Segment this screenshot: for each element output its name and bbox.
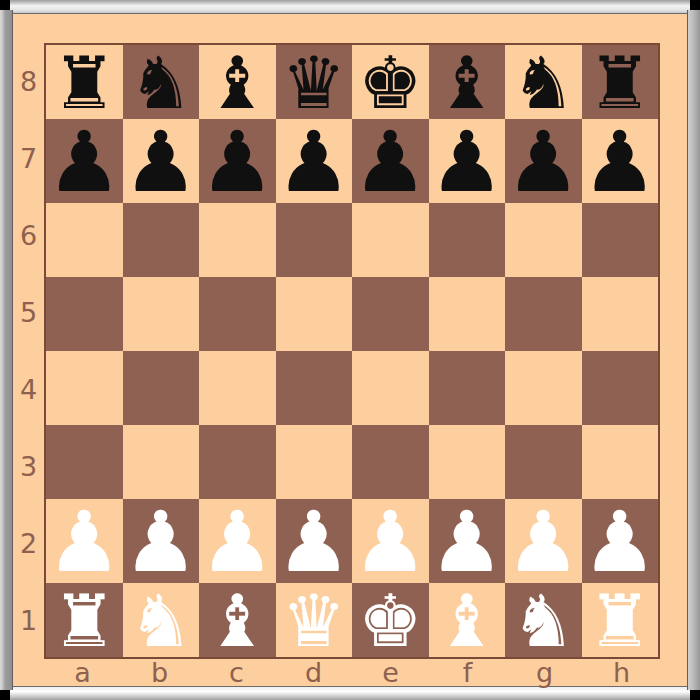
file-label-c: c bbox=[198, 659, 275, 686]
piece-white-pawn[interactable]: ♟ bbox=[123, 500, 198, 584]
piece-white-rook[interactable]: ♜ bbox=[587, 585, 652, 657]
file-label-g: g bbox=[506, 659, 583, 686]
square-d6[interactable] bbox=[276, 203, 353, 277]
square-d4[interactable] bbox=[276, 351, 353, 425]
square-h6[interactable] bbox=[582, 203, 659, 277]
piece-white-rook[interactable]: ♜ bbox=[52, 585, 117, 657]
piece-black-pawn[interactable]: ♟ bbox=[506, 120, 581, 204]
piece-black-pawn[interactable]: ♟ bbox=[200, 120, 275, 204]
square-e1[interactable]: ♚ bbox=[352, 583, 429, 657]
piece-white-king[interactable]: ♚ bbox=[358, 585, 423, 657]
piece-black-queen[interactable]: ♛ bbox=[281, 47, 346, 119]
file-label-h: h bbox=[583, 659, 660, 686]
rank-label-4: 4 bbox=[13, 351, 44, 428]
square-f5[interactable] bbox=[429, 277, 506, 351]
piece-black-pawn[interactable]: ♟ bbox=[353, 120, 428, 204]
square-g5[interactable] bbox=[505, 277, 582, 351]
square-e3[interactable] bbox=[352, 425, 429, 499]
rank-label-8: 8 bbox=[13, 43, 44, 120]
piece-white-knight[interactable]: ♞ bbox=[128, 585, 193, 657]
square-b7[interactable]: ♟ bbox=[123, 119, 200, 203]
square-c8[interactable]: ♝ bbox=[199, 45, 276, 119]
rank-label-2: 2 bbox=[13, 505, 44, 582]
square-e4[interactable] bbox=[352, 351, 429, 425]
square-d2[interactable]: ♟ bbox=[276, 499, 353, 583]
square-e8[interactable]: ♚ bbox=[352, 45, 429, 119]
piece-white-pawn[interactable]: ♟ bbox=[276, 500, 351, 584]
piece-black-pawn[interactable]: ♟ bbox=[47, 120, 122, 204]
rank-label-3: 3 bbox=[13, 428, 44, 505]
rank-label-1: 1 bbox=[13, 582, 44, 659]
square-d5[interactable] bbox=[276, 277, 353, 351]
window-frame-left-edge bbox=[0, 10, 13, 690]
square-d7[interactable]: ♟ bbox=[276, 119, 353, 203]
square-e6[interactable] bbox=[352, 203, 429, 277]
square-g8[interactable]: ♞ bbox=[505, 45, 582, 119]
square-h3[interactable] bbox=[582, 425, 659, 499]
piece-white-pawn[interactable]: ♟ bbox=[353, 500, 428, 584]
piece-white-bishop[interactable]: ♝ bbox=[434, 585, 499, 657]
square-f2[interactable]: ♟ bbox=[429, 499, 506, 583]
piece-white-pawn[interactable]: ♟ bbox=[506, 500, 581, 584]
square-g4[interactable] bbox=[505, 351, 582, 425]
square-a7[interactable]: ♟ bbox=[46, 119, 123, 203]
square-g1[interactable]: ♞ bbox=[505, 583, 582, 657]
chess-board-grid: ♜♞♝♛♚♝♞♜♟♟♟♟♟♟♟♟♟♟♟♟♟♟♟♟♜♞♝♛♚♝♞♜ bbox=[44, 43, 660, 659]
square-e7[interactable]: ♟ bbox=[352, 119, 429, 203]
file-label-d: d bbox=[275, 659, 352, 686]
square-b3[interactable] bbox=[123, 425, 200, 499]
square-a6[interactable] bbox=[46, 203, 123, 277]
piece-black-king[interactable]: ♚ bbox=[358, 47, 423, 119]
square-g7[interactable]: ♟ bbox=[505, 119, 582, 203]
square-d8[interactable]: ♛ bbox=[276, 45, 353, 119]
piece-black-knight[interactable]: ♞ bbox=[128, 47, 193, 119]
window-frame-top-edge bbox=[10, 0, 690, 14]
square-b8[interactable]: ♞ bbox=[123, 45, 200, 119]
square-c1[interactable]: ♝ bbox=[199, 583, 276, 657]
square-a1[interactable]: ♜ bbox=[46, 583, 123, 657]
square-f7[interactable]: ♟ bbox=[429, 119, 506, 203]
square-f6[interactable] bbox=[429, 203, 506, 277]
square-b1[interactable]: ♞ bbox=[123, 583, 200, 657]
piece-white-pawn[interactable]: ♟ bbox=[582, 500, 657, 584]
file-label-a: a bbox=[44, 659, 121, 686]
file-label-b: b bbox=[121, 659, 198, 686]
square-c3[interactable] bbox=[199, 425, 276, 499]
square-c6[interactable] bbox=[199, 203, 276, 277]
piece-black-pawn[interactable]: ♟ bbox=[123, 120, 198, 204]
file-labels: abcdefgh bbox=[44, 659, 660, 686]
window-frame-right-edge bbox=[687, 10, 700, 690]
piece-black-knight[interactable]: ♞ bbox=[511, 47, 576, 119]
file-label-f: f bbox=[429, 659, 506, 686]
piece-white-queen[interactable]: ♛ bbox=[281, 585, 346, 657]
piece-white-pawn[interactable]: ♟ bbox=[47, 500, 122, 584]
chess-app-window: { "game": "chess", "position": { "fen": … bbox=[0, 0, 700, 700]
piece-white-pawn[interactable]: ♟ bbox=[429, 500, 504, 584]
piece-white-bishop[interactable]: ♝ bbox=[205, 585, 270, 657]
square-h7[interactable]: ♟ bbox=[582, 119, 659, 203]
square-e2[interactable]: ♟ bbox=[352, 499, 429, 583]
square-f4[interactable] bbox=[429, 351, 506, 425]
chess-board-panel: 87654321 ♜♞♝♛♚♝♞♜♟♟♟♟♟♟♟♟♟♟♟♟♟♟♟♟♜♞♝♛♚♝♞… bbox=[13, 14, 687, 686]
rank-label-5: 5 bbox=[13, 274, 44, 351]
square-h4[interactable] bbox=[582, 351, 659, 425]
square-a8[interactable]: ♜ bbox=[46, 45, 123, 119]
rank-label-7: 7 bbox=[13, 120, 44, 197]
square-e5[interactable] bbox=[352, 277, 429, 351]
square-h2[interactable]: ♟ bbox=[582, 499, 659, 583]
piece-black-rook[interactable]: ♜ bbox=[587, 47, 652, 119]
piece-black-bishop[interactable]: ♝ bbox=[205, 47, 270, 119]
piece-black-bishop[interactable]: ♝ bbox=[434, 47, 499, 119]
square-b5[interactable] bbox=[123, 277, 200, 351]
square-c7[interactable]: ♟ bbox=[199, 119, 276, 203]
square-g2[interactable]: ♟ bbox=[505, 499, 582, 583]
window-frame-bottom-edge bbox=[10, 686, 690, 700]
square-a5[interactable] bbox=[46, 277, 123, 351]
square-d3[interactable] bbox=[276, 425, 353, 499]
piece-white-pawn[interactable]: ♟ bbox=[200, 500, 275, 584]
square-b2[interactable]: ♟ bbox=[123, 499, 200, 583]
square-h8[interactable]: ♜ bbox=[582, 45, 659, 119]
square-g6[interactable] bbox=[505, 203, 582, 277]
piece-black-pawn[interactable]: ♟ bbox=[429, 120, 504, 204]
piece-black-pawn[interactable]: ♟ bbox=[582, 120, 657, 204]
square-h1[interactable]: ♜ bbox=[582, 583, 659, 657]
square-c4[interactable] bbox=[199, 351, 276, 425]
rank-label-6: 6 bbox=[13, 197, 44, 274]
square-b4[interactable] bbox=[123, 351, 200, 425]
piece-white-knight[interactable]: ♞ bbox=[511, 585, 576, 657]
square-a2[interactable]: ♟ bbox=[46, 499, 123, 583]
square-g3[interactable] bbox=[505, 425, 582, 499]
square-f8[interactable]: ♝ bbox=[429, 45, 506, 119]
piece-black-pawn[interactable]: ♟ bbox=[276, 120, 351, 204]
piece-black-rook[interactable]: ♜ bbox=[52, 47, 117, 119]
square-b6[interactable] bbox=[123, 203, 200, 277]
square-c2[interactable]: ♟ bbox=[199, 499, 276, 583]
square-a3[interactable] bbox=[46, 425, 123, 499]
square-f1[interactable]: ♝ bbox=[429, 583, 506, 657]
square-f3[interactable] bbox=[429, 425, 506, 499]
square-c5[interactable] bbox=[199, 277, 276, 351]
rank-labels: 87654321 bbox=[13, 43, 44, 659]
file-label-e: e bbox=[352, 659, 429, 686]
square-d1[interactable]: ♛ bbox=[276, 583, 353, 657]
square-h5[interactable] bbox=[582, 277, 659, 351]
square-a4[interactable] bbox=[46, 351, 123, 425]
